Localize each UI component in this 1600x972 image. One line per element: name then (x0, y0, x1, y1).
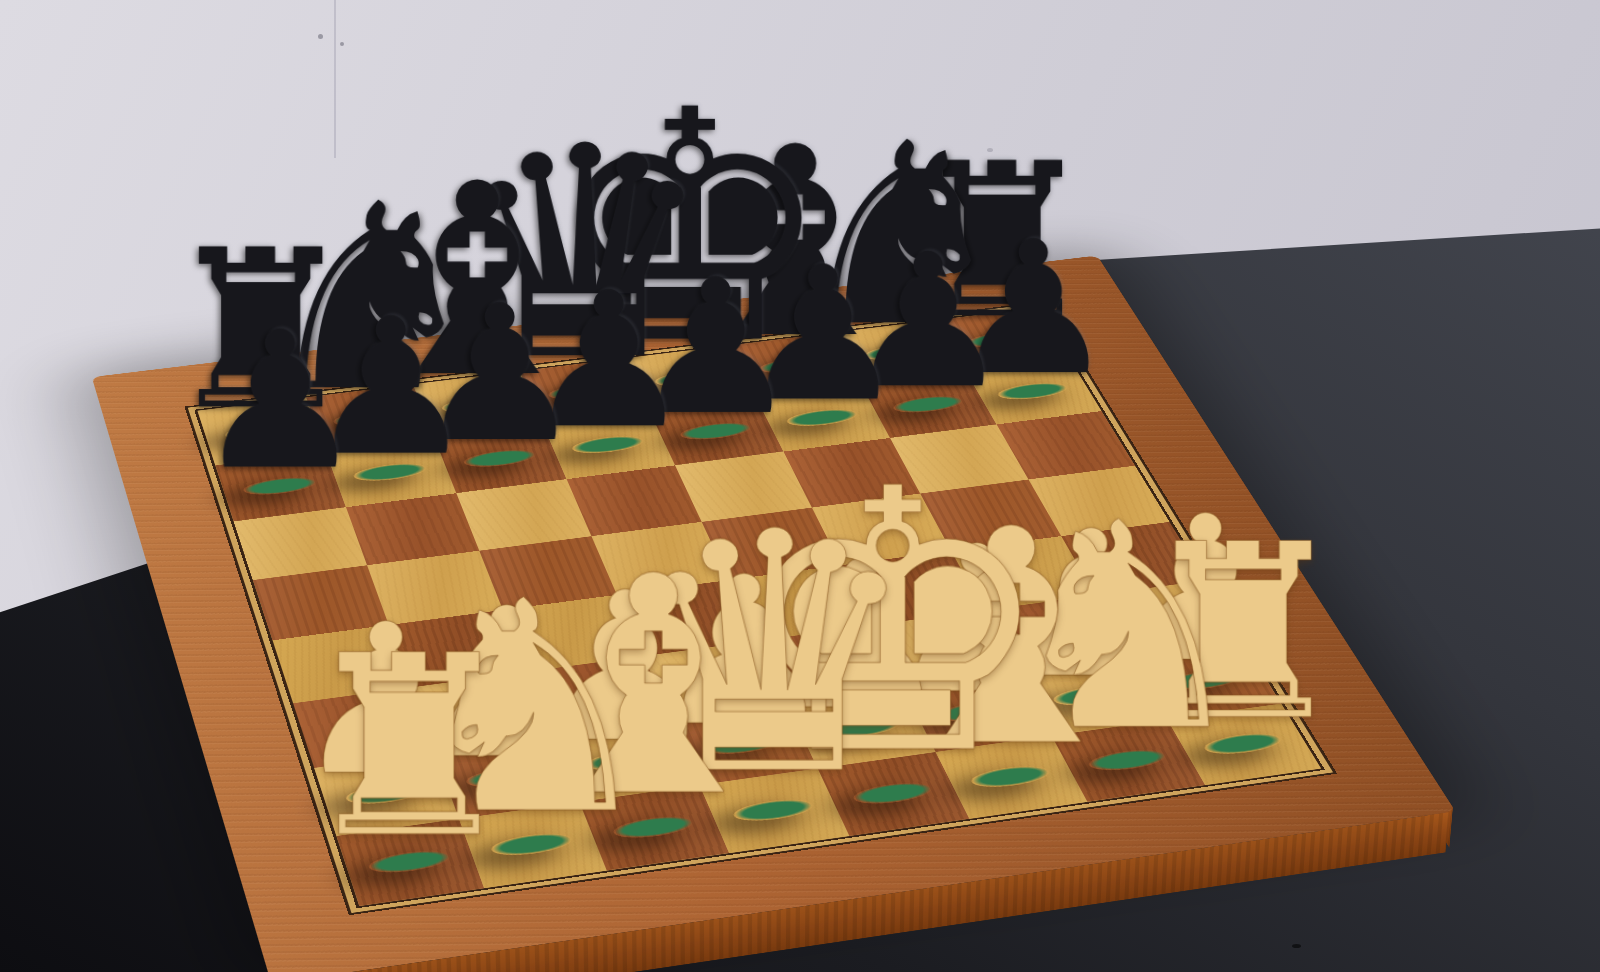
square-a6[interactable] (234, 507, 367, 580)
white-rook-glyph: ♜ (298, 623, 522, 873)
board-squares: ♜♞♝♛♚♝♞♜♟♟♟♟♟♟♟♟♟♟♟♟♟♟♟♟♜♞♝♛♚♝♞♜ (194, 306, 1325, 908)
board-inlay-border: ♜♞♝♛♚♝♞♜♟♟♟♟♟♟♟♟♟♟♟♟♟♟♟♟♜♞♝♛♚♝♞♜ (184, 301, 1337, 915)
chess-board: ♜♞♝♛♚♝♞♜♟♟♟♟♟♟♟♟♟♟♟♟♟♟♟♟♜♞♝♛♚♝♞♜ (92, 256, 1455, 972)
chess-photo-scene: ♜♞♝♛♚♝♞♜♟♟♟♟♟♟♟♟♟♟♟♟♟♟♟♟♜♞♝♛♚♝♞♜ (0, 0, 1600, 972)
square-a7[interactable]: ♟ (215, 451, 345, 521)
board-perspective-wrapper: ♜♞♝♛♚♝♞♜♟♟♟♟♟♟♟♟♟♟♟♟♟♟♟♟♜♞♝♛♚♝♞♜ (169, 20, 1289, 972)
board-frame: ♜♞♝♛♚♝♞♜♟♟♟♟♟♟♟♟♟♟♟♟♟♟♟♟♜♞♝♛♚♝♞♜ (184, 301, 1337, 915)
table-speck (1292, 944, 1301, 948)
black-pawn-glyph: ♟ (195, 306, 365, 495)
square-a1[interactable]: ♜ (336, 819, 483, 906)
